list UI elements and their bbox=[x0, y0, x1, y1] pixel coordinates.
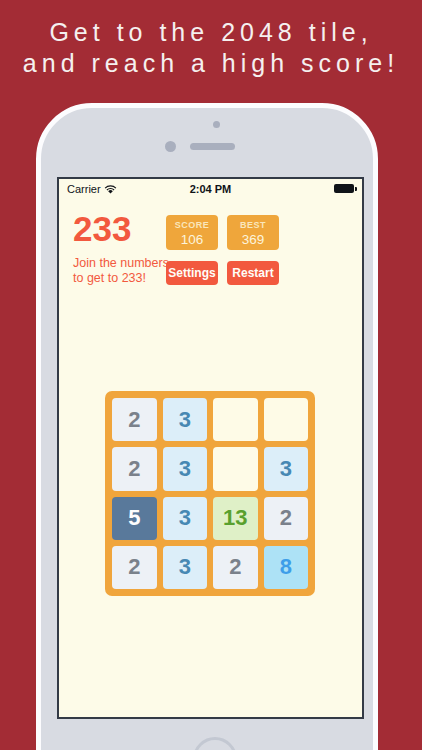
tile-r2c1: 2 bbox=[112, 447, 157, 490]
battery-icon bbox=[334, 184, 357, 193]
goal-subtitle-line2: to get to 233! bbox=[73, 271, 146, 285]
iphone-frame: Carrier 2:04 PM 233 Join the numbers to … bbox=[36, 103, 378, 750]
status-time: 2:04 PM bbox=[59, 183, 362, 195]
goal-number: 233 bbox=[73, 209, 131, 249]
best-value: 369 bbox=[227, 232, 279, 247]
best-box: BEST 369 bbox=[227, 215, 279, 250]
front-camera-icon bbox=[165, 141, 176, 152]
tile-r4c4: 8 bbox=[264, 546, 309, 589]
tile-r2c3 bbox=[213, 447, 258, 490]
tile-r3c1: 5 bbox=[112, 497, 157, 540]
tile-r2c2: 3 bbox=[163, 447, 208, 490]
tile-r3c4: 2 bbox=[264, 497, 309, 540]
score-box: SCORE 106 bbox=[166, 215, 218, 250]
score-value: 106 bbox=[166, 232, 218, 247]
tile-r2c4: 3 bbox=[264, 447, 309, 490]
goal-subtitle: Join the numbers to get to 233! bbox=[73, 256, 169, 286]
speaker-grille bbox=[190, 143, 235, 150]
tile-r1c2: 3 bbox=[163, 398, 208, 441]
tile-r3c2: 3 bbox=[163, 497, 208, 540]
banner: Get to the 2048 tile, and reach a high s… bbox=[0, 17, 422, 79]
home-button[interactable] bbox=[193, 737, 237, 750]
tile-r4c2: 3 bbox=[163, 546, 208, 589]
settings-button[interactable]: Settings bbox=[166, 261, 218, 285]
tile-r1c3 bbox=[213, 398, 258, 441]
proximity-sensor-dot bbox=[213, 121, 220, 128]
board-grid[interactable]: 23233531322328 bbox=[105, 391, 315, 596]
status-bar: Carrier 2:04 PM bbox=[59, 179, 362, 199]
tile-r1c1: 2 bbox=[112, 398, 157, 441]
goal-subtitle-line1: Join the numbers bbox=[73, 256, 169, 270]
tile-r1c4 bbox=[264, 398, 309, 441]
banner-line2: and reach a high score! bbox=[0, 48, 422, 79]
tile-r3c3: 13 bbox=[213, 497, 258, 540]
tile-r4c1: 2 bbox=[112, 546, 157, 589]
banner-line1: Get to the 2048 tile, bbox=[0, 17, 422, 48]
best-label: BEST bbox=[227, 220, 279, 230]
restart-button[interactable]: Restart bbox=[227, 261, 279, 285]
score-label: SCORE bbox=[166, 220, 218, 230]
tile-r4c3: 2 bbox=[213, 546, 258, 589]
phone-screen: Carrier 2:04 PM 233 Join the numbers to … bbox=[57, 177, 364, 719]
